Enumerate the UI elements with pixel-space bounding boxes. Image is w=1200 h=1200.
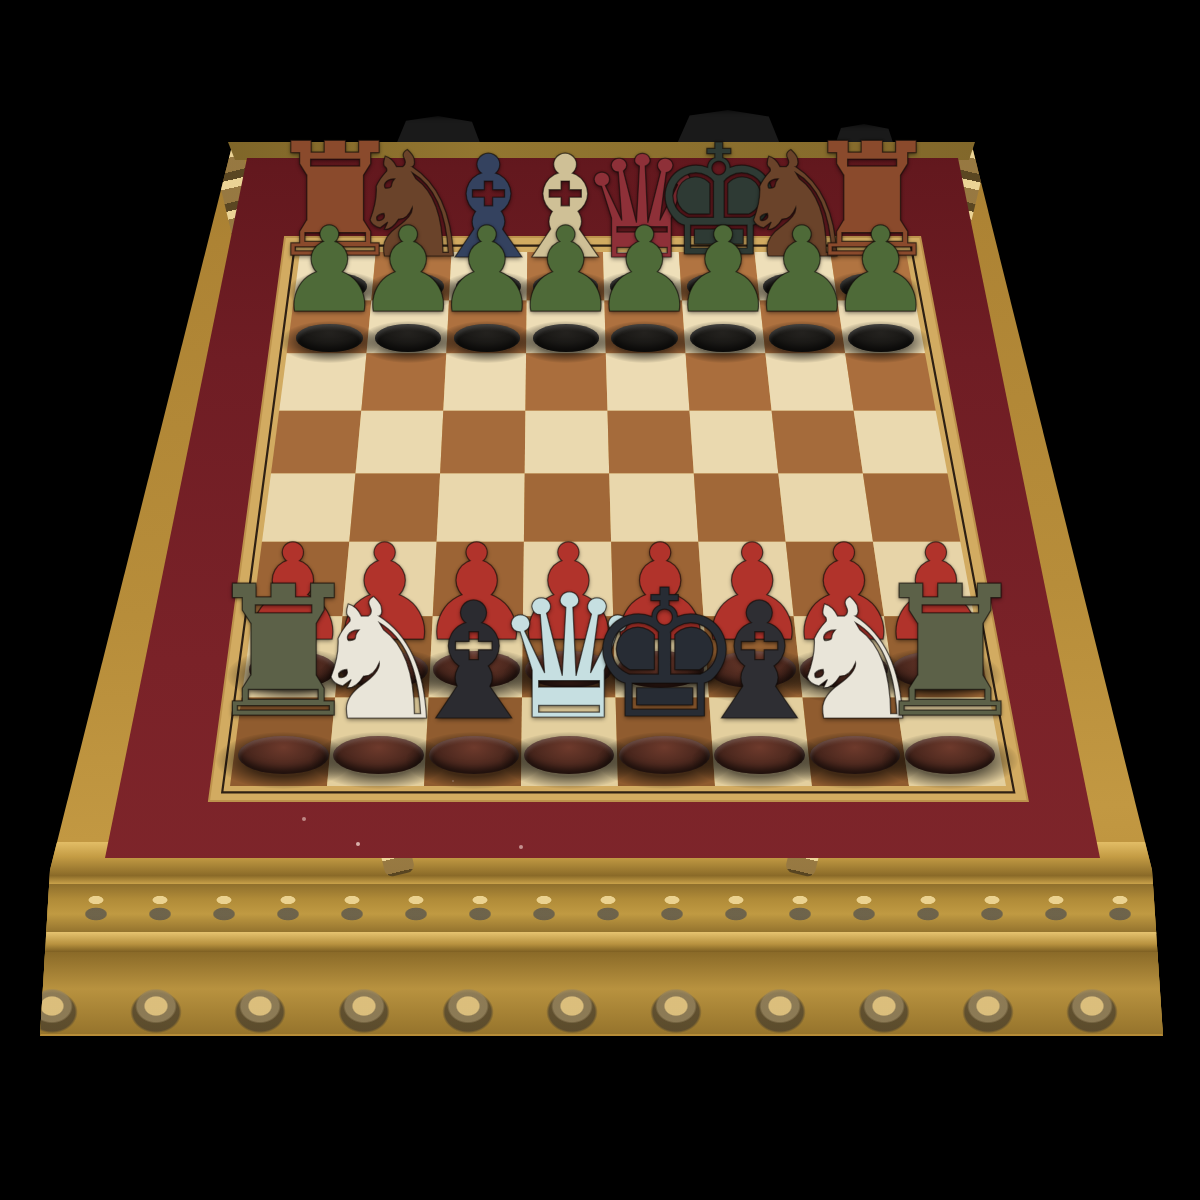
dust-specks <box>0 0 2 2</box>
pawn-glyph: ♟ <box>828 211 934 329</box>
square-a5 <box>271 411 361 474</box>
square-c5 <box>440 411 525 474</box>
square-e5 <box>608 411 694 474</box>
square-h5 <box>854 411 948 474</box>
rook-glyph: ♜ <box>869 563 1031 744</box>
square-g5 <box>772 411 863 474</box>
square-f5 <box>690 411 779 474</box>
square-d5 <box>525 411 610 474</box>
square-b5 <box>356 411 444 474</box>
chess-set-photo: ♜♞♝♝♛♚♞♜♟♟♟♟♟♟♟♟♟♟♟♟♟♟♟♟♜♞♝♛♚♝♞♜ <box>0 0 1200 1200</box>
